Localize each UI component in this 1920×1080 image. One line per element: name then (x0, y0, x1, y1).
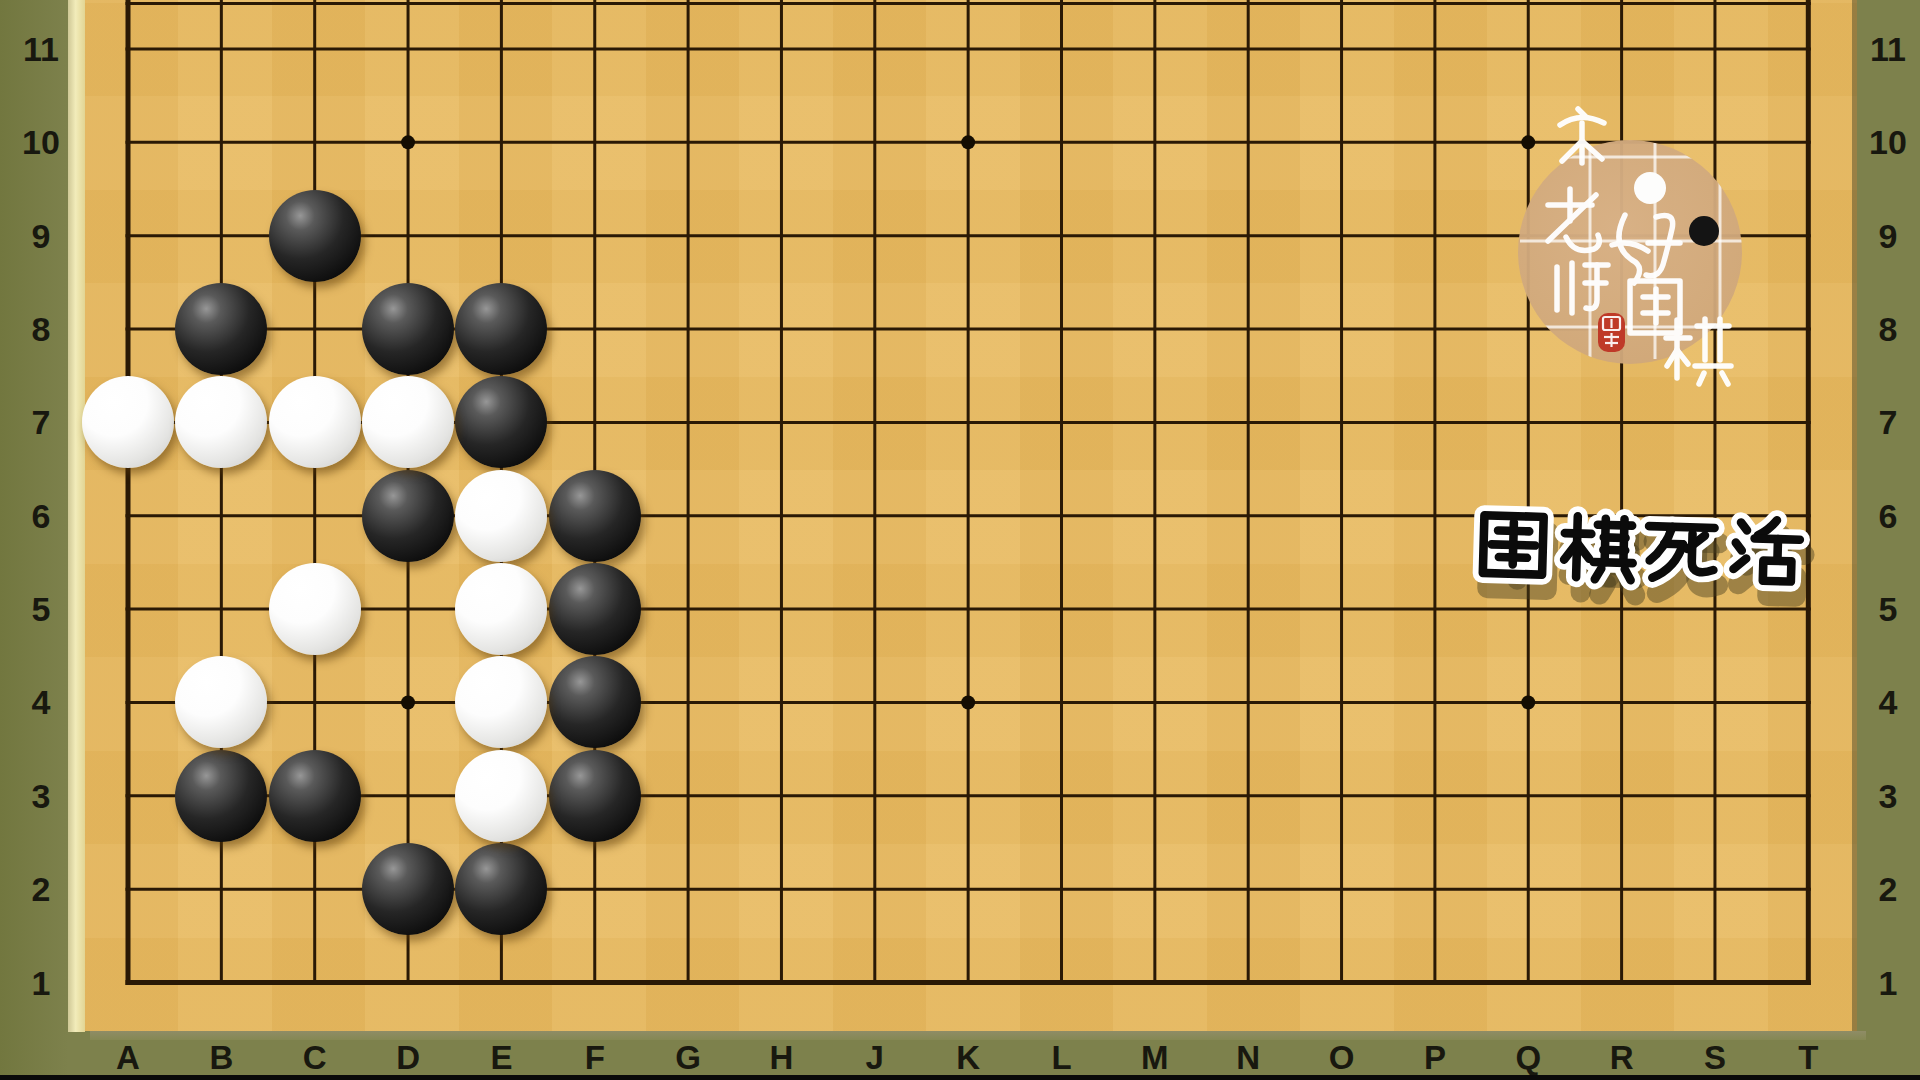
stone-white-C5[interactable] (269, 563, 361, 655)
column-labels-bottom-J: J (866, 1039, 884, 1077)
stone-black-C3[interactable] (269, 750, 361, 842)
column-labels-bottom-D: D (396, 1039, 420, 1077)
board-left-bevel-edge (68, 0, 85, 1032)
column-labels-bottom-L: L (1051, 1039, 1071, 1077)
stone-black-E8[interactable] (455, 283, 547, 375)
row-labels-right-11: 11 (1870, 30, 1906, 69)
row-labels-left-5: 5 (32, 590, 51, 629)
stone-black-F4[interactable] (549, 656, 641, 748)
column-labels-bottom-Q: Q (1515, 1039, 1541, 1077)
row-labels-right-1: 1 (1879, 963, 1898, 1002)
stone-white-A7[interactable] (82, 376, 174, 468)
column-labels-bottom-B: B (209, 1039, 233, 1077)
row-labels-right-6: 6 (1879, 496, 1898, 535)
row-labels-left-10: 10 (22, 123, 60, 162)
bottom-edge-strip (0, 1075, 1920, 1080)
row-labels-right-3: 3 (1879, 776, 1898, 815)
row-labels-left-9: 9 (32, 216, 51, 255)
column-labels-bottom-R: R (1610, 1039, 1634, 1077)
stone-black-F3[interactable] (549, 750, 641, 842)
row-labels-right-4: 4 (1879, 683, 1898, 722)
stone-white-D7[interactable] (362, 376, 454, 468)
stone-white-E5[interactable] (455, 563, 547, 655)
row-labels-left-11: 11 (23, 30, 59, 69)
logo-black-stone (1689, 216, 1719, 246)
stone-white-E6[interactable] (455, 470, 547, 562)
logo-white-stone (1634, 172, 1666, 204)
row-labels-right-10: 10 (1869, 123, 1907, 162)
column-labels-bottom-P: P (1424, 1039, 1446, 1077)
stone-white-E3[interactable] (455, 750, 547, 842)
stone-black-B3[interactable] (175, 750, 267, 842)
column-labels-bottom-N: N (1236, 1039, 1260, 1077)
watermark-logo-graphic (1500, 95, 1760, 395)
logo-red-seal-icon (1598, 313, 1625, 352)
stone-black-D6[interactable] (362, 470, 454, 562)
column-labels-bottom-M: M (1141, 1039, 1169, 1077)
row-labels-left-8: 8 (32, 310, 51, 349)
row-labels-left-2: 2 (32, 870, 51, 909)
row-labels-right-2: 2 (1879, 870, 1898, 909)
column-labels-bottom-E: E (490, 1039, 512, 1077)
stone-black-E2[interactable] (455, 843, 547, 935)
stone-black-D2[interactable] (362, 843, 454, 935)
row-labels-left-6: 6 (32, 496, 51, 535)
row-labels-right-8: 8 (1879, 310, 1898, 349)
left-coordinate-bar (0, 0, 68, 1080)
channel-watermark-logo: 宋老师好围棋 (1500, 95, 1760, 395)
row-labels-right-5: 5 (1879, 590, 1898, 629)
column-labels-bottom-F: F (585, 1039, 605, 1077)
title-glyphs (1468, 492, 1831, 620)
column-labels-bottom-A: A (116, 1039, 140, 1077)
stone-black-F6[interactable] (549, 470, 641, 562)
row-labels-right-9: 9 (1879, 216, 1898, 255)
column-labels-bottom-O: O (1329, 1039, 1355, 1077)
row-labels-right-7: 7 (1879, 403, 1898, 442)
column-labels-bottom-C: C (303, 1039, 327, 1077)
video-frame: 1110987654321 1110987654321 ABCDEFGHJKLM… (0, 0, 1920, 1080)
column-labels-bottom-S: S (1704, 1039, 1726, 1077)
row-labels-left-7: 7 (32, 403, 51, 442)
stone-black-C9[interactable] (269, 190, 361, 282)
row-labels-left-3: 3 (32, 776, 51, 815)
stone-black-F5[interactable] (549, 563, 641, 655)
column-labels-bottom-K: K (956, 1039, 980, 1077)
column-labels-bottom-H: H (770, 1039, 794, 1077)
row-labels-left-4: 4 (32, 683, 51, 722)
title-overlay: 围棋死活 (1468, 492, 1831, 620)
column-labels-bottom-G: G (675, 1039, 701, 1077)
stone-black-D8[interactable] (362, 283, 454, 375)
stone-white-C7[interactable] (269, 376, 361, 468)
row-labels-left-1: 1 (32, 963, 51, 1002)
column-labels-bottom-T: T (1798, 1039, 1818, 1077)
stone-black-B8[interactable] (175, 283, 267, 375)
